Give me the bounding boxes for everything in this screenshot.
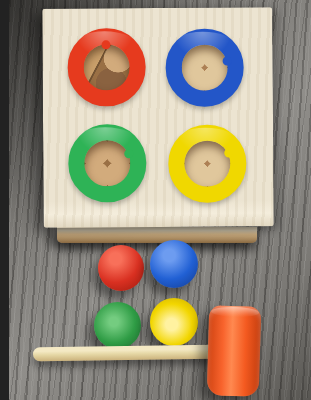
hole-ring-red (67, 28, 146, 107)
ball-green (94, 302, 141, 349)
hole-interior-green (84, 140, 130, 186)
hole-interior-red (83, 44, 129, 90)
toy-photo-scene (9, 0, 311, 400)
hole-ring-blue (165, 28, 244, 107)
hole-interior-yellow (184, 140, 230, 186)
hole-ring-green (68, 124, 147, 203)
hole-interior-blue (181, 45, 227, 91)
ball-red (98, 245, 144, 291)
hole-ring-yellow (168, 124, 247, 203)
ball-blue (150, 240, 198, 288)
ball-yellow (150, 298, 198, 346)
hammer-handle (33, 345, 219, 362)
pounding-box-top-board (42, 7, 274, 228)
hammer-head (207, 305, 261, 396)
pounding-box-base (57, 227, 257, 243)
